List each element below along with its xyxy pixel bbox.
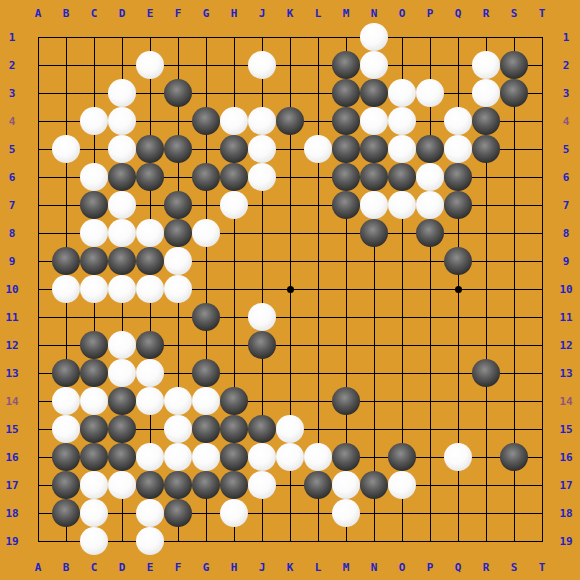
black-stone-C15[interactable] — [80, 415, 108, 443]
coord-label-12: 12 — [0, 331, 24, 359]
white-stone-J11[interactable] — [248, 303, 276, 331]
white-stone-F14[interactable] — [164, 387, 192, 415]
white-stone-Q16[interactable] — [444, 443, 472, 471]
coord-label-S: S — [500, 2, 528, 24]
black-stone-Q6[interactable] — [444, 163, 472, 191]
white-stone-P3[interactable] — [416, 79, 444, 107]
white-stone-P7[interactable] — [416, 191, 444, 219]
white-stone-E13[interactable] — [136, 359, 164, 387]
black-stone-F18[interactable] — [164, 499, 192, 527]
coord-label-5: 5 — [554, 135, 578, 163]
coord-label-17: 17 — [554, 471, 578, 499]
coord-label-O: O — [388, 2, 416, 24]
white-stone-B10[interactable] — [52, 275, 80, 303]
black-stone-R5[interactable] — [472, 135, 500, 163]
black-stone-B18[interactable] — [52, 499, 80, 527]
white-stone-M17[interactable] — [332, 471, 360, 499]
coord-label-P: P — [416, 556, 444, 578]
black-stone-H16[interactable] — [220, 443, 248, 471]
board-grid[interactable] — [24, 23, 556, 555]
black-stone-J12[interactable] — [248, 331, 276, 359]
coord-label-L: L — [304, 556, 332, 578]
black-stone-N6[interactable] — [360, 163, 388, 191]
black-stone-B17[interactable] — [52, 471, 80, 499]
white-stone-M18[interactable] — [332, 499, 360, 527]
white-stone-P6[interactable] — [416, 163, 444, 191]
white-stone-J4[interactable] — [248, 107, 276, 135]
white-stone-H7[interactable] — [220, 191, 248, 219]
black-stone-C7[interactable] — [80, 191, 108, 219]
coord-label-K: K — [276, 556, 304, 578]
coord-label-T: T — [528, 2, 556, 24]
coord-label-14: 14 — [554, 387, 578, 415]
black-stone-J15[interactable] — [248, 415, 276, 443]
white-stone-J6[interactable] — [248, 163, 276, 191]
white-stone-F9[interactable] — [164, 247, 192, 275]
black-stone-M16[interactable] — [332, 443, 360, 471]
coord-label-16: 16 — [554, 443, 578, 471]
coord-label-D: D — [108, 2, 136, 24]
coord-label-10: 10 — [0, 275, 24, 303]
black-stone-H15[interactable] — [220, 415, 248, 443]
coord-label-5: 5 — [0, 135, 24, 163]
black-stone-E5[interactable] — [136, 135, 164, 163]
coord-label-A: A — [24, 556, 52, 578]
black-stone-B16[interactable] — [52, 443, 80, 471]
white-stone-J5[interactable] — [248, 135, 276, 163]
black-stone-G17[interactable] — [192, 471, 220, 499]
white-stone-G14[interactable] — [192, 387, 220, 415]
coord-label-19: 19 — [554, 527, 578, 555]
black-stone-M5[interactable] — [332, 135, 360, 163]
white-stone-C4[interactable] — [80, 107, 108, 135]
black-stone-B13[interactable] — [52, 359, 80, 387]
top-coordinate-labels: ABCDEFGHJKLMNOPQRST — [24, 2, 556, 24]
coord-label-11: 11 — [554, 303, 578, 331]
white-stone-K16[interactable] — [276, 443, 304, 471]
black-stone-C12[interactable] — [80, 331, 108, 359]
black-stone-P8[interactable] — [416, 219, 444, 247]
white-stone-D7[interactable] — [108, 191, 136, 219]
black-stone-M7[interactable] — [332, 191, 360, 219]
coord-label-R: R — [472, 2, 500, 24]
white-stone-E16[interactable] — [136, 443, 164, 471]
white-stone-C18[interactable] — [80, 499, 108, 527]
white-stone-D10[interactable] — [108, 275, 136, 303]
white-stone-C17[interactable] — [80, 471, 108, 499]
white-stone-N7[interactable] — [360, 191, 388, 219]
coord-label-14: 14 — [0, 387, 24, 415]
coord-label-10: 10 — [554, 275, 578, 303]
coord-label-M: M — [332, 556, 360, 578]
white-stone-O5[interactable] — [388, 135, 416, 163]
black-stone-Q9[interactable] — [444, 247, 472, 275]
coord-label-9: 9 — [0, 247, 24, 275]
white-stone-Q5[interactable] — [444, 135, 472, 163]
coord-label-18: 18 — [554, 499, 578, 527]
black-stone-M2[interactable] — [332, 51, 360, 79]
coord-label-11: 11 — [0, 303, 24, 331]
black-stone-F3[interactable] — [164, 79, 192, 107]
black-stone-C9[interactable] — [80, 247, 108, 275]
white-stone-H4[interactable] — [220, 107, 248, 135]
coord-label-C: C — [80, 556, 108, 578]
white-stone-E18[interactable] — [136, 499, 164, 527]
black-stone-S2[interactable] — [500, 51, 528, 79]
coord-label-3: 3 — [0, 79, 24, 107]
coord-label-12: 12 — [554, 331, 578, 359]
coord-label-1: 1 — [554, 23, 578, 51]
black-stone-D16[interactable] — [108, 443, 136, 471]
coord-label-2: 2 — [554, 51, 578, 79]
black-stone-G15[interactable] — [192, 415, 220, 443]
black-stone-O16[interactable] — [388, 443, 416, 471]
coord-label-4: 4 — [554, 107, 578, 135]
black-stone-S16[interactable] — [500, 443, 528, 471]
black-stone-G11[interactable] — [192, 303, 220, 331]
black-stone-D6[interactable] — [108, 163, 136, 191]
coord-label-H: H — [220, 556, 248, 578]
black-stone-C16[interactable] — [80, 443, 108, 471]
black-stone-P5[interactable] — [416, 135, 444, 163]
white-stone-R2[interactable] — [472, 51, 500, 79]
white-stone-F15[interactable] — [164, 415, 192, 443]
black-stone-D15[interactable] — [108, 415, 136, 443]
white-stone-H18[interactable] — [220, 499, 248, 527]
coord-label-9: 9 — [554, 247, 578, 275]
white-stone-J2[interactable] — [248, 51, 276, 79]
black-stone-R4[interactable] — [472, 107, 500, 135]
coord-label-A: A — [24, 2, 52, 24]
go-board[interactable] — [24, 23, 556, 555]
white-stone-E10[interactable] — [136, 275, 164, 303]
white-stone-D8[interactable] — [108, 219, 136, 247]
white-stone-K15[interactable] — [276, 415, 304, 443]
white-stone-C10[interactable] — [80, 275, 108, 303]
coord-label-Q: Q — [444, 556, 472, 578]
coord-label-N: N — [360, 556, 388, 578]
black-stone-E6[interactable] — [136, 163, 164, 191]
white-stone-C19[interactable] — [80, 527, 108, 555]
coord-label-M: M — [332, 2, 360, 24]
white-stone-J16[interactable] — [248, 443, 276, 471]
white-stone-F16[interactable] — [164, 443, 192, 471]
coord-label-T: T — [528, 556, 556, 578]
coord-label-F: F — [164, 2, 192, 24]
coord-label-16: 16 — [0, 443, 24, 471]
black-stone-Q7[interactable] — [444, 191, 472, 219]
coord-label-S: S — [500, 556, 528, 578]
black-stone-N8[interactable] — [360, 219, 388, 247]
white-stone-O3[interactable] — [388, 79, 416, 107]
white-stone-O7[interactable] — [388, 191, 416, 219]
coord-label-8: 8 — [0, 219, 24, 247]
coord-label-4: 4 — [0, 107, 24, 135]
coord-label-2: 2 — [0, 51, 24, 79]
coord-label-O: O — [388, 556, 416, 578]
black-stone-D14[interactable] — [108, 387, 136, 415]
coord-label-G: G — [192, 2, 220, 24]
black-stone-K4[interactable] — [276, 107, 304, 135]
coord-label-F: F — [164, 556, 192, 578]
coord-label-7: 7 — [554, 191, 578, 219]
white-stone-E2[interactable] — [136, 51, 164, 79]
black-stone-N3[interactable] — [360, 79, 388, 107]
coord-label-B: B — [52, 556, 80, 578]
coord-label-C: C — [80, 2, 108, 24]
black-stone-C13[interactable] — [80, 359, 108, 387]
white-stone-J17[interactable] — [248, 471, 276, 499]
coord-label-R: R — [472, 556, 500, 578]
black-stone-E17[interactable] — [136, 471, 164, 499]
black-stone-E9[interactable] — [136, 247, 164, 275]
right-coordinate-labels: 12345678910111213141516171819 — [554, 23, 578, 555]
coord-label-7: 7 — [0, 191, 24, 219]
black-stone-M14[interactable] — [332, 387, 360, 415]
white-stone-Q4[interactable] — [444, 107, 472, 135]
coord-label-18: 18 — [0, 499, 24, 527]
black-stone-H5[interactable] — [220, 135, 248, 163]
coord-label-B: B — [52, 2, 80, 24]
white-stone-E8[interactable] — [136, 219, 164, 247]
white-stone-F10[interactable] — [164, 275, 192, 303]
coord-label-L: L — [304, 2, 332, 24]
black-stone-F7[interactable] — [164, 191, 192, 219]
coord-label-Q: Q — [444, 2, 472, 24]
white-stone-N4[interactable] — [360, 107, 388, 135]
coord-label-17: 17 — [0, 471, 24, 499]
white-stone-L5[interactable] — [304, 135, 332, 163]
coord-label-G: G — [192, 556, 220, 578]
black-stone-R13[interactable] — [472, 359, 500, 387]
black-stone-G6[interactable] — [192, 163, 220, 191]
black-stone-F17[interactable] — [164, 471, 192, 499]
coord-label-15: 15 — [0, 415, 24, 443]
star-point-Q10 — [455, 286, 462, 293]
coord-label-E: E — [136, 556, 164, 578]
white-stone-D17[interactable] — [108, 471, 136, 499]
black-stone-N5[interactable] — [360, 135, 388, 163]
black-stone-F8[interactable] — [164, 219, 192, 247]
white-stone-B15[interactable] — [52, 415, 80, 443]
white-stone-L16[interactable] — [304, 443, 332, 471]
black-stone-S3[interactable] — [500, 79, 528, 107]
coord-label-6: 6 — [554, 163, 578, 191]
white-stone-G16[interactable] — [192, 443, 220, 471]
black-stone-G13[interactable] — [192, 359, 220, 387]
white-stone-D3[interactable] — [108, 79, 136, 107]
white-stone-E19[interactable] — [136, 527, 164, 555]
go-app: { "game": "go", "board_size": 19, "posit… — [0, 0, 580, 580]
black-stone-B9[interactable] — [52, 247, 80, 275]
white-stone-N2[interactable] — [360, 51, 388, 79]
black-stone-G4[interactable] — [192, 107, 220, 135]
coord-label-6: 6 — [0, 163, 24, 191]
coord-label-J: J — [248, 2, 276, 24]
white-stone-C6[interactable] — [80, 163, 108, 191]
left-coordinate-labels: 12345678910111213141516171819 — [0, 23, 24, 555]
black-stone-F5[interactable] — [164, 135, 192, 163]
star-point-K10 — [287, 286, 294, 293]
black-stone-N17[interactable] — [360, 471, 388, 499]
coord-label-J: J — [248, 556, 276, 578]
black-stone-M3[interactable] — [332, 79, 360, 107]
white-stone-G8[interactable] — [192, 219, 220, 247]
coord-label-13: 13 — [554, 359, 578, 387]
white-stone-O4[interactable] — [388, 107, 416, 135]
white-stone-R3[interactable] — [472, 79, 500, 107]
coord-label-19: 19 — [0, 527, 24, 555]
coord-label-E: E — [136, 2, 164, 24]
white-stone-D5[interactable] — [108, 135, 136, 163]
black-stone-L17[interactable] — [304, 471, 332, 499]
black-stone-H14[interactable] — [220, 387, 248, 415]
white-stone-C14[interactable] — [80, 387, 108, 415]
coord-label-15: 15 — [554, 415, 578, 443]
black-stone-D9[interactable] — [108, 247, 136, 275]
coord-label-D: D — [108, 556, 136, 578]
white-stone-C8[interactable] — [80, 219, 108, 247]
black-stone-M6[interactable] — [332, 163, 360, 191]
black-stone-H6[interactable] — [220, 163, 248, 191]
white-stone-O17[interactable] — [388, 471, 416, 499]
black-stone-M4[interactable] — [332, 107, 360, 135]
coord-label-P: P — [416, 2, 444, 24]
white-stone-E14[interactable] — [136, 387, 164, 415]
black-stone-H17[interactable] — [220, 471, 248, 499]
coord-label-8: 8 — [554, 219, 578, 247]
coord-label-H: H — [220, 2, 248, 24]
white-stone-D4[interactable] — [108, 107, 136, 135]
white-stone-B5[interactable] — [52, 135, 80, 163]
white-stone-N1[interactable] — [360, 23, 388, 51]
black-stone-O6[interactable] — [388, 163, 416, 191]
white-stone-B14[interactable] — [52, 387, 80, 415]
black-stone-E12[interactable] — [136, 331, 164, 359]
bottom-coordinate-labels: ABCDEFGHJKLMNOPQRST — [24, 556, 556, 578]
coord-label-K: K — [276, 2, 304, 24]
white-stone-D13[interactable] — [108, 359, 136, 387]
coord-label-1: 1 — [0, 23, 24, 51]
coord-label-13: 13 — [0, 359, 24, 387]
white-stone-D12[interactable] — [108, 331, 136, 359]
coord-label-3: 3 — [554, 79, 578, 107]
coord-label-N: N — [360, 2, 388, 24]
